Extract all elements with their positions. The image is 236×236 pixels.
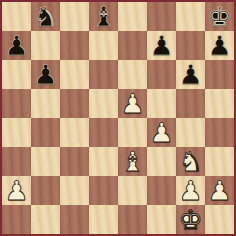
square-b5[interactable] — [31, 89, 60, 118]
square-h4[interactable] — [205, 118, 234, 147]
square-e3[interactable]: ♝ — [118, 147, 147, 176]
square-g5[interactable] — [176, 89, 205, 118]
chess-board: ♞♝♚♟♟♟♟♟♟♟♝♞♟♟♟♚ — [2, 2, 234, 234]
square-b3[interactable] — [31, 147, 60, 176]
square-f8[interactable] — [147, 2, 176, 31]
square-c6[interactable] — [60, 60, 89, 89]
piece-black-bishop: ♝ — [91, 2, 115, 31]
square-d8[interactable]: ♝ — [89, 2, 118, 31]
square-g2[interactable]: ♟ — [176, 176, 205, 205]
square-b4[interactable] — [31, 118, 60, 147]
square-f4[interactable]: ♟ — [147, 118, 176, 147]
square-g3[interactable]: ♞ — [176, 147, 205, 176]
square-c3[interactable] — [60, 147, 89, 176]
piece-black-king: ♚ — [207, 2, 231, 31]
square-h1[interactable] — [205, 205, 234, 234]
square-a8[interactable] — [2, 2, 31, 31]
piece-white-pawn: ♟ — [207, 176, 231, 205]
square-d5[interactable] — [89, 89, 118, 118]
piece-white-pawn: ♟ — [149, 118, 173, 147]
square-e5[interactable]: ♟ — [118, 89, 147, 118]
square-c8[interactable] — [60, 2, 89, 31]
square-b7[interactable] — [31, 31, 60, 60]
square-b6[interactable]: ♟ — [31, 60, 60, 89]
square-d4[interactable] — [89, 118, 118, 147]
piece-black-pawn: ♟ — [178, 60, 202, 89]
square-d1[interactable] — [89, 205, 118, 234]
piece-white-king: ♚ — [178, 205, 202, 234]
square-d7[interactable] — [89, 31, 118, 60]
square-d3[interactable] — [89, 147, 118, 176]
square-b1[interactable] — [31, 205, 60, 234]
piece-white-knight: ♞ — [178, 147, 202, 176]
piece-black-pawn: ♟ — [149, 31, 173, 60]
square-g1[interactable]: ♚ — [176, 205, 205, 234]
square-b8[interactable]: ♞ — [31, 2, 60, 31]
piece-black-pawn: ♟ — [4, 31, 28, 60]
square-c4[interactable] — [60, 118, 89, 147]
square-e7[interactable] — [118, 31, 147, 60]
square-a5[interactable] — [2, 89, 31, 118]
square-c1[interactable] — [60, 205, 89, 234]
square-f5[interactable] — [147, 89, 176, 118]
square-g8[interactable] — [176, 2, 205, 31]
piece-black-pawn: ♟ — [207, 31, 231, 60]
board-frame: ♞♝♚♟♟♟♟♟♟♟♝♞♟♟♟♚ — [0, 0, 236, 236]
square-g7[interactable] — [176, 31, 205, 60]
square-g6[interactable]: ♟ — [176, 60, 205, 89]
square-d2[interactable] — [89, 176, 118, 205]
piece-white-pawn: ♟ — [178, 176, 202, 205]
square-f6[interactable] — [147, 60, 176, 89]
square-h8[interactable]: ♚ — [205, 2, 234, 31]
square-h5[interactable] — [205, 89, 234, 118]
piece-white-pawn: ♟ — [4, 176, 28, 205]
square-a6[interactable] — [2, 60, 31, 89]
square-f7[interactable]: ♟ — [147, 31, 176, 60]
square-e2[interactable] — [118, 176, 147, 205]
square-e4[interactable] — [118, 118, 147, 147]
square-c2[interactable] — [60, 176, 89, 205]
square-f3[interactable] — [147, 147, 176, 176]
piece-black-knight: ♞ — [33, 2, 57, 31]
square-g4[interactable] — [176, 118, 205, 147]
square-e6[interactable] — [118, 60, 147, 89]
square-a4[interactable] — [2, 118, 31, 147]
square-a1[interactable] — [2, 205, 31, 234]
square-c5[interactable] — [60, 89, 89, 118]
square-a3[interactable] — [2, 147, 31, 176]
piece-white-bishop: ♝ — [120, 147, 144, 176]
square-h6[interactable] — [205, 60, 234, 89]
square-f1[interactable] — [147, 205, 176, 234]
square-a7[interactable]: ♟ — [2, 31, 31, 60]
square-b2[interactable] — [31, 176, 60, 205]
square-e1[interactable] — [118, 205, 147, 234]
square-c7[interactable] — [60, 31, 89, 60]
square-e8[interactable] — [118, 2, 147, 31]
square-d6[interactable] — [89, 60, 118, 89]
square-h3[interactable] — [205, 147, 234, 176]
piece-black-pawn: ♟ — [33, 60, 57, 89]
piece-white-pawn: ♟ — [120, 89, 144, 118]
square-f2[interactable] — [147, 176, 176, 205]
square-h7[interactable]: ♟ — [205, 31, 234, 60]
square-a2[interactable]: ♟ — [2, 176, 31, 205]
square-h2[interactable]: ♟ — [205, 176, 234, 205]
